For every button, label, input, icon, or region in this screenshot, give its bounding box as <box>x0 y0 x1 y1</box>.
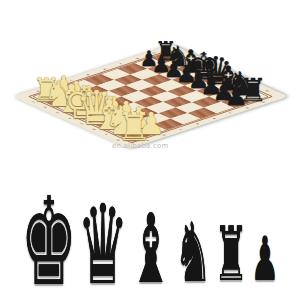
coordinate-label: c <box>177 128 182 130</box>
coordinate-label: 3 <box>204 62 210 64</box>
coordinate-label: 7 <box>252 84 258 86</box>
watermark-text: en.alibaba.com <box>112 142 169 150</box>
coordinate-label: d <box>194 122 200 124</box>
coordinate-label: 3 <box>54 111 60 113</box>
coordinate-label: b <box>161 133 167 135</box>
coordinate-label: 2 <box>191 57 197 59</box>
coordinate-label: 4 <box>216 68 222 70</box>
coordinate-label: 4 <box>66 117 72 119</box>
coordinate-label: a <box>144 139 150 141</box>
coordinate-label: 5 <box>79 122 85 124</box>
lineup-bishop: ♝ <box>130 202 172 274</box>
lineup-knight: ♞ <box>175 212 211 274</box>
coordinate-label: e <box>211 117 217 119</box>
chess-set-product-photo: abcdefgh abcdefgh 12345678 12345678 ♜♟♟♜… <box>0 0 300 300</box>
lineup-pawn: ♟ <box>251 228 278 274</box>
coordinate-label: g <box>134 57 140 59</box>
coordinate-label: c <box>68 79 73 81</box>
coordinate-label: b <box>51 84 57 86</box>
coordinate-label: h <box>260 100 266 102</box>
coordinate-label: 8 <box>265 89 271 91</box>
coordinate-label: e <box>101 67 107 69</box>
coordinate-label: h <box>150 51 156 53</box>
chess-board: abcdefgh abcdefgh 12345678 12345678 <box>12 44 288 149</box>
coordinate-label: a <box>34 89 40 91</box>
lineup-rook: ♜ <box>214 218 248 274</box>
board-squares-grid <box>32 51 268 141</box>
coordinate-label: f <box>118 62 122 64</box>
coordinate-label: 2 <box>42 106 48 108</box>
black-king-glyph: ♚ <box>21 181 78 300</box>
lineup-king: ♚ <box>22 182 76 274</box>
coordinate-label: 5 <box>228 73 234 75</box>
coordinate-label: 7 <box>103 133 109 135</box>
black-queen-glyph: ♛ <box>77 190 128 300</box>
piece-lineup: ♚♛♝♞♜♟ <box>0 182 300 274</box>
coordinate-label: g <box>243 106 249 108</box>
coordinate-label: 6 <box>91 128 97 130</box>
coordinate-label: d <box>84 73 90 75</box>
lineup-queen: ♛ <box>79 191 127 274</box>
coordinate-label: 1 <box>179 51 185 53</box>
coordinate-label: 6 <box>240 79 246 81</box>
black-bishop-glyph: ♝ <box>129 201 174 297</box>
black-rook-glyph: ♜ <box>214 217 249 292</box>
coordinate-label: f <box>227 111 231 113</box>
black-knight-glyph: ♞ <box>174 212 212 294</box>
black-pawn-glyph: ♟ <box>250 228 278 289</box>
coordinate-label: 8 <box>115 139 121 141</box>
coordinate-label: 1 <box>30 100 36 102</box>
